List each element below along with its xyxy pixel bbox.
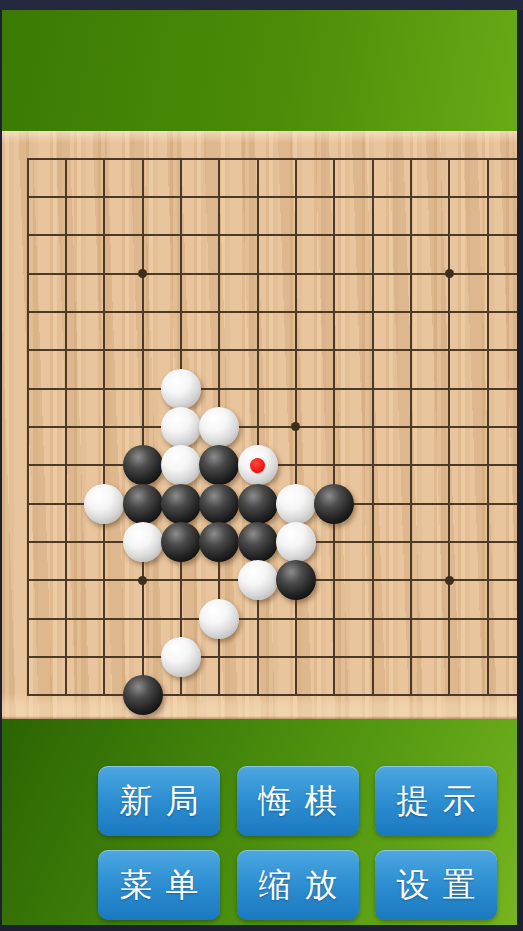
star-point	[138, 269, 147, 278]
settings-button[interactable]: 设置	[375, 850, 497, 920]
grid-line	[27, 158, 29, 697]
stone-black	[161, 484, 201, 524]
star-point	[291, 422, 300, 431]
stone-black	[123, 675, 163, 715]
bottom-panel: 新局 悔棋 提示 菜单 缩放 设置	[2, 719, 517, 925]
app-screen: 新局 悔棋 提示 菜单 缩放 设置	[0, 0, 523, 931]
grid-line	[27, 311, 518, 313]
star-point	[138, 576, 147, 585]
stone-black	[199, 484, 239, 524]
stone-black	[199, 522, 239, 562]
zoom-button[interactable]: 缩放	[237, 850, 359, 920]
stone-white	[161, 445, 201, 485]
stone-black	[238, 484, 278, 524]
stone-white	[199, 407, 239, 447]
grid-line	[142, 158, 144, 697]
stone-white	[123, 522, 163, 562]
header-banner	[2, 10, 517, 131]
grid-line	[65, 158, 67, 697]
star-point	[445, 269, 454, 278]
hint-button[interactable]: 提示	[375, 766, 497, 836]
grid-line	[410, 158, 412, 697]
grid-line	[27, 158, 518, 160]
stone-black	[199, 445, 239, 485]
stone-black	[123, 445, 163, 485]
grid-line	[27, 388, 518, 390]
grid-line	[372, 158, 374, 697]
stone-white	[276, 484, 316, 524]
grid-line	[27, 349, 518, 351]
grid-line	[103, 158, 105, 697]
grid-line	[257, 158, 259, 697]
grid-line	[27, 656, 518, 658]
stone-white	[161, 369, 201, 409]
stone-black	[276, 560, 316, 600]
new-game-button[interactable]: 新局	[98, 766, 220, 836]
grid-line	[27, 426, 518, 428]
grid-line	[27, 694, 518, 696]
grid-line	[27, 234, 518, 236]
grid-line	[333, 158, 335, 697]
stone-white	[161, 407, 201, 447]
undo-button[interactable]: 悔棋	[237, 766, 359, 836]
status-bar	[0, 0, 523, 10]
grid-line	[27, 618, 518, 620]
grid-line	[27, 273, 518, 275]
stone-white	[199, 599, 239, 639]
grid-line	[27, 196, 518, 198]
stone-white	[161, 637, 201, 677]
stone-black	[238, 522, 278, 562]
grid-line	[448, 158, 450, 697]
stone-black	[161, 522, 201, 562]
grid-line	[487, 158, 489, 697]
menu-button[interactable]: 菜单	[98, 850, 220, 920]
stone-black	[314, 484, 354, 524]
stone-black	[123, 484, 163, 524]
board[interactable]	[2, 131, 517, 719]
stone-white	[84, 484, 124, 524]
star-point	[445, 576, 454, 585]
stone-white	[238, 560, 278, 600]
stone-white	[276, 522, 316, 562]
last-move-marker	[250, 458, 265, 473]
